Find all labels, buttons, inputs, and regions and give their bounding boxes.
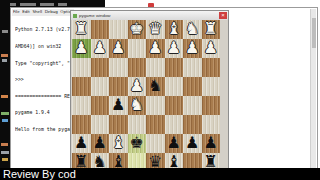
square[interactable] [109, 115, 128, 134]
white-rook: ♜ [74, 21, 88, 37]
shell-menubar: FileEditShellDebugOptionsWindowHelp [12, 9, 74, 16]
square[interactable] [72, 58, 91, 77]
square[interactable]: ♛ [146, 20, 165, 39]
square[interactable] [183, 77, 202, 96]
square[interactable]: ♟ [91, 134, 110, 153]
editor-text-fragment [2, 158, 8, 161]
editor-text-fragment [58, 3, 67, 6]
square[interactable] [146, 115, 165, 134]
shell-scrollbar[interactable] [310, 9, 316, 168]
code-editor-panel [0, 0, 10, 180]
white-knight: ♞ [130, 97, 144, 113]
white-pawn: ♟ [130, 78, 144, 94]
chess-window-titlebar[interactable]: pygame window × [71, 11, 228, 20]
square[interactable]: ♝ [165, 20, 184, 39]
square[interactable] [165, 77, 184, 96]
square[interactable] [128, 39, 147, 58]
black-pawn: ♟ [204, 135, 218, 151]
square[interactable]: ♟ [202, 134, 221, 153]
square[interactable]: ♟ [202, 39, 221, 58]
square[interactable] [128, 58, 147, 77]
menu-edit[interactable]: Edit [22, 9, 30, 14]
white-pawn: ♟ [204, 40, 218, 56]
square[interactable] [91, 58, 110, 77]
chess-board: ♜♚♛♝♞♜♟♟♟♟♟♟♟♟♞♟♞♟♟♝♚♟♟♟♜♞♝♛♝♜ [72, 20, 220, 172]
editor-text-fragment [20, 3, 36, 6]
editor-text-fragment [2, 59, 7, 62]
square[interactable]: ♝ [109, 134, 128, 153]
white-queen: ♛ [148, 21, 162, 37]
close-icon[interactable]: × [219, 12, 227, 19]
square[interactable]: ♜ [202, 20, 221, 39]
square[interactable]: ♟ [72, 39, 91, 58]
white-pawn: ♟ [74, 40, 88, 56]
square[interactable]: ♚ [128, 134, 147, 153]
watermark-text: Review By cod [3, 168, 76, 180]
square[interactable] [91, 77, 110, 96]
square[interactable]: ♚ [128, 20, 147, 39]
square[interactable] [202, 115, 221, 134]
square[interactable]: ♞ [146, 77, 165, 96]
square[interactable] [91, 20, 110, 39]
square[interactable] [165, 115, 184, 134]
square[interactable]: ♟ [183, 134, 202, 153]
square[interactable]: ♟ [72, 134, 91, 153]
square[interactable] [146, 96, 165, 115]
square[interactable] [202, 96, 221, 115]
square[interactable] [109, 58, 128, 77]
square[interactable] [183, 58, 202, 77]
square[interactable]: ♟ [165, 134, 184, 153]
menu-shell[interactable]: Shell [32, 9, 42, 14]
white-bishop: ♝ [167, 21, 181, 37]
square[interactable] [72, 96, 91, 115]
square[interactable] [202, 77, 221, 96]
square[interactable] [183, 96, 202, 115]
white-knight: ♞ [185, 21, 199, 37]
scrollbar-thumb[interactable] [312, 18, 316, 48]
window-title: pygame window [79, 13, 161, 18]
square[interactable] [109, 77, 128, 96]
black-king: ♚ [130, 135, 144, 151]
square[interactable]: ♟ [146, 39, 165, 58]
editor-text-fragment [2, 119, 8, 122]
white-pawn: ♟ [167, 40, 181, 56]
white-pawn: ♟ [111, 40, 125, 56]
black-pawn: ♟ [111, 97, 125, 113]
square[interactable]: ♜ [72, 20, 91, 39]
square[interactable] [91, 96, 110, 115]
black-pawn: ♟ [167, 135, 181, 151]
black-pawn: ♟ [74, 135, 88, 151]
editor-text-fragment [1, 54, 8, 57]
app-icon [73, 14, 77, 18]
square[interactable]: ♞ [128, 96, 147, 115]
white-rook: ♜ [204, 21, 218, 37]
square[interactable]: ♟ [128, 77, 147, 96]
menu-debug[interactable]: Debug [45, 9, 58, 14]
white-king: ♚ [130, 21, 144, 37]
black-pawn: ♟ [93, 135, 107, 151]
square[interactable]: ♟ [109, 96, 128, 115]
square[interactable] [165, 96, 184, 115]
editor-text-fragment [1, 151, 9, 154]
square[interactable]: ♞ [183, 20, 202, 39]
square[interactable] [72, 115, 91, 134]
square[interactable]: ♟ [165, 39, 184, 58]
square[interactable] [202, 58, 221, 77]
square[interactable] [109, 20, 128, 39]
square[interactable]: ♟ [91, 39, 110, 58]
editor-text-fragment [40, 3, 54, 6]
menu-file[interactable]: File [13, 9, 20, 14]
black-pawn: ♟ [185, 135, 199, 151]
square[interactable] [128, 115, 147, 134]
white-pawn: ♟ [93, 40, 107, 56]
white-bishop: ♝ [111, 135, 125, 151]
chess-window: pygame window × ♜♚♛♝♞♜♟♟♟♟♟♟♟♟♞♟♞♟♟♝♚♟♟♟… [70, 10, 229, 171]
square[interactable] [183, 115, 202, 134]
square[interactable] [146, 134, 165, 153]
white-pawn: ♟ [185, 40, 199, 56]
editor-text-fragment [1, 95, 8, 98]
square[interactable] [165, 58, 184, 77]
editor-text-fragment [2, 30, 8, 33]
editor-text-fragment [1, 143, 8, 146]
square[interactable]: ♟ [109, 39, 128, 58]
square[interactable] [72, 77, 91, 96]
editor-text-fragment [1, 112, 9, 115]
square[interactable]: ♟ [183, 39, 202, 58]
black-knight: ♞ [148, 78, 162, 94]
watermark-bar: Review By cod [0, 168, 320, 180]
square[interactable] [146, 58, 165, 77]
square[interactable] [91, 115, 110, 134]
white-pawn: ♟ [148, 40, 162, 56]
